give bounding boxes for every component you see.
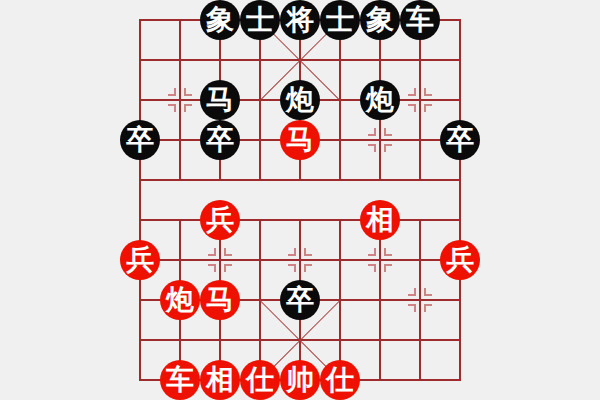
board-point[interactable]: 相 xyxy=(360,200,400,240)
red-advisor-piece[interactable]: 仕 xyxy=(320,360,360,400)
red-general-piece[interactable]: 帅 xyxy=(280,360,320,400)
board-point[interactable] xyxy=(440,200,480,240)
board-point[interactable] xyxy=(360,280,400,320)
red-advisor-piece[interactable]: 仕 xyxy=(240,360,280,400)
board-point[interactable] xyxy=(400,80,440,120)
board-point[interactable] xyxy=(400,240,440,280)
red-elephant-piece[interactable]: 相 xyxy=(200,360,240,400)
board-point[interactable] xyxy=(240,320,280,360)
board-point[interactable]: 卒 xyxy=(440,120,480,160)
board-point[interactable] xyxy=(160,80,200,120)
board-point[interactable] xyxy=(160,120,200,160)
board-point[interactable] xyxy=(400,200,440,240)
board-point[interactable]: 炮 xyxy=(360,80,400,120)
board-point[interactable] xyxy=(280,160,320,200)
black-advisor-piece[interactable]: 士 xyxy=(320,0,360,40)
board-point[interactable] xyxy=(240,240,280,280)
board-point[interactable] xyxy=(200,160,240,200)
xiangqi-board: 象士将士象车马炮炮卒卒马卒兵相兵兵炮马卒车相仕帅仕 xyxy=(0,0,600,400)
board-point[interactable] xyxy=(440,360,480,400)
red-horse-piece[interactable]: 马 xyxy=(280,120,320,160)
board-point[interactable] xyxy=(360,160,400,200)
board-point[interactable] xyxy=(240,40,280,80)
board-point[interactable] xyxy=(400,360,440,400)
board-point[interactable] xyxy=(200,320,240,360)
board-point[interactable]: 兵 xyxy=(120,240,160,280)
board-point[interactable] xyxy=(120,0,160,40)
board-point[interactable] xyxy=(240,120,280,160)
board-point[interactable] xyxy=(160,200,200,240)
black-soldier-piece[interactable]: 卒 xyxy=(280,280,320,320)
black-horse-piece[interactable]: 马 xyxy=(200,80,240,120)
black-soldier-piece[interactable]: 卒 xyxy=(440,120,480,160)
board-point[interactable] xyxy=(120,280,160,320)
board-point[interactable]: 仕 xyxy=(240,360,280,400)
board-point[interactable] xyxy=(120,320,160,360)
board-point[interactable]: 马 xyxy=(200,80,240,120)
board-point[interactable]: 兵 xyxy=(440,240,480,280)
board-point[interactable]: 帅 xyxy=(280,360,320,400)
board-point[interactable]: 车 xyxy=(160,360,200,400)
board-point[interactable] xyxy=(320,200,360,240)
board-point[interactable] xyxy=(280,200,320,240)
board-point[interactable] xyxy=(320,80,360,120)
board-point[interactable]: 马 xyxy=(200,280,240,320)
board-point[interactable] xyxy=(360,40,400,80)
red-soldier-piece[interactable]: 兵 xyxy=(200,200,240,240)
board-point[interactable] xyxy=(440,280,480,320)
board-point[interactable] xyxy=(160,160,200,200)
red-chariot-piece[interactable]: 车 xyxy=(160,360,200,400)
board-point[interactable] xyxy=(360,120,400,160)
board-point[interactable] xyxy=(320,40,360,80)
black-advisor-piece[interactable]: 士 xyxy=(240,0,280,40)
board-point[interactable] xyxy=(120,360,160,400)
board-point[interactable] xyxy=(360,360,400,400)
board-point[interactable]: 象 xyxy=(360,0,400,40)
board-point[interactable] xyxy=(200,240,240,280)
board-point[interactable] xyxy=(400,160,440,200)
board-point[interactable] xyxy=(320,320,360,360)
board-point[interactable] xyxy=(400,120,440,160)
board-point[interactable] xyxy=(160,0,200,40)
board-point[interactable] xyxy=(240,280,280,320)
red-horse-piece[interactable]: 马 xyxy=(200,280,240,320)
board-point[interactable]: 兵 xyxy=(200,200,240,240)
board-point[interactable] xyxy=(400,40,440,80)
board-point[interactable]: 炮 xyxy=(280,80,320,120)
board-point[interactable] xyxy=(440,320,480,360)
board-point[interactable] xyxy=(240,160,280,200)
board-point[interactable] xyxy=(160,320,200,360)
board-point[interactable]: 士 xyxy=(240,0,280,40)
board-point[interactable] xyxy=(320,160,360,200)
board-point[interactable] xyxy=(280,320,320,360)
board-point[interactable] xyxy=(160,40,200,80)
board-point[interactable] xyxy=(400,320,440,360)
black-general-piece[interactable]: 将 xyxy=(280,0,320,40)
board-point[interactable] xyxy=(120,80,160,120)
board-point[interactable] xyxy=(320,280,360,320)
board-point[interactable] xyxy=(280,240,320,280)
red-soldier-piece[interactable]: 兵 xyxy=(440,240,480,280)
board-point[interactable] xyxy=(240,80,280,120)
board-point[interactable] xyxy=(200,40,240,80)
board-point[interactable] xyxy=(440,80,480,120)
board-point[interactable] xyxy=(360,240,400,280)
board-point[interactable] xyxy=(160,240,200,280)
board-point[interactable] xyxy=(120,200,160,240)
board-point[interactable] xyxy=(400,280,440,320)
board-point[interactable]: 炮 xyxy=(160,280,200,320)
board-point[interactable]: 象 xyxy=(200,0,240,40)
board-point[interactable]: 相 xyxy=(200,360,240,400)
board-point[interactable] xyxy=(440,0,480,40)
board-point[interactable]: 马 xyxy=(280,120,320,160)
black-cannon-piece[interactable]: 炮 xyxy=(280,80,320,120)
board-point[interactable] xyxy=(280,40,320,80)
board-point[interactable]: 仕 xyxy=(320,360,360,400)
red-soldier-piece[interactable]: 兵 xyxy=(120,240,160,280)
black-elephant-piece[interactable]: 象 xyxy=(360,0,400,40)
board-point[interactable] xyxy=(320,240,360,280)
black-soldier-piece[interactable]: 卒 xyxy=(120,120,160,160)
board-point[interactable] xyxy=(360,320,400,360)
board-point[interactable]: 卒 xyxy=(200,120,240,160)
black-chariot-piece[interactable]: 车 xyxy=(400,0,440,40)
board-point[interactable] xyxy=(440,40,480,80)
board-grid[interactable]: 象士将士象车马炮炮卒卒马卒兵相兵兵炮马卒车相仕帅仕 xyxy=(120,0,480,400)
board-point[interactable]: 卒 xyxy=(280,280,320,320)
board-point[interactable] xyxy=(240,200,280,240)
black-cannon-piece[interactable]: 炮 xyxy=(360,80,400,120)
board-point[interactable] xyxy=(440,160,480,200)
board-point[interactable] xyxy=(320,120,360,160)
board-point[interactable]: 卒 xyxy=(120,120,160,160)
black-soldier-piece[interactable]: 卒 xyxy=(200,120,240,160)
board-point[interactable]: 车 xyxy=(400,0,440,40)
red-elephant-piece[interactable]: 相 xyxy=(360,200,400,240)
board-point[interactable]: 将 xyxy=(280,0,320,40)
board-point[interactable]: 士 xyxy=(320,0,360,40)
board-point[interactable] xyxy=(120,160,160,200)
red-cannon-piece[interactable]: 炮 xyxy=(160,280,200,320)
black-elephant-piece[interactable]: 象 xyxy=(200,0,240,40)
board-point[interactable] xyxy=(120,40,160,80)
